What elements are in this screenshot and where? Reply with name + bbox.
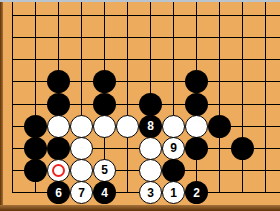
grid-line-horizontal — [12, 15, 280, 16]
white-stone — [70, 159, 93, 182]
black-stone: 2 — [185, 181, 208, 204]
white-stone — [139, 137, 162, 160]
black-stone — [208, 115, 231, 138]
white-stone — [70, 115, 93, 138]
black-stone — [24, 159, 47, 182]
move-number: 5 — [101, 164, 108, 176]
grid-line-vertical — [219, 2, 220, 193]
grid-line-vertical — [127, 2, 128, 193]
white-stone: 5 — [93, 159, 116, 182]
white-stone — [93, 115, 116, 138]
white-stone — [185, 115, 208, 138]
wood-border-bottom — [0, 205, 280, 211]
black-stone — [162, 159, 185, 182]
move-number: 3 — [147, 187, 154, 199]
black-stone — [139, 93, 162, 116]
black-stone: 6 — [47, 181, 70, 204]
move-number: 8 — [147, 120, 154, 132]
black-stone — [231, 137, 254, 160]
move-number: 6 — [55, 187, 62, 199]
move-number: 4 — [101, 187, 108, 199]
white-stone: 3 — [139, 181, 162, 204]
move-number: 1 — [170, 187, 177, 199]
grid-line-vertical — [242, 2, 243, 193]
move-number: 9 — [170, 142, 177, 154]
grid-line-horizontal — [12, 59, 280, 60]
grid-line-horizontal — [12, 37, 280, 38]
black-stone — [185, 137, 208, 160]
black-stone: 8 — [139, 115, 162, 138]
black-stone — [24, 115, 47, 138]
black-stone — [47, 137, 70, 160]
black-stone — [47, 93, 70, 116]
white-stone: 7 — [70, 181, 93, 204]
white-stone — [162, 115, 185, 138]
grid-line-vertical — [265, 2, 266, 193]
move-number: 2 — [193, 187, 200, 199]
white-stone — [47, 159, 70, 182]
grid-line-vertical — [12, 2, 13, 193]
top-edge-strip — [0, 0, 280, 2]
black-stone — [24, 137, 47, 160]
move-number: 7 — [78, 187, 85, 199]
black-stone — [93, 93, 116, 116]
white-stone — [47, 115, 70, 138]
white-stone: 1 — [162, 181, 185, 204]
wood-border-left — [0, 2, 3, 211]
go-diagram: 895674312 — [0, 0, 280, 211]
white-stone — [70, 137, 93, 160]
white-stone — [116, 115, 139, 138]
black-stone — [185, 93, 208, 116]
black-stone: 4 — [93, 181, 116, 204]
red-circle-marker — [52, 164, 65, 177]
white-stone: 9 — [162, 137, 185, 160]
white-stone — [139, 159, 162, 182]
